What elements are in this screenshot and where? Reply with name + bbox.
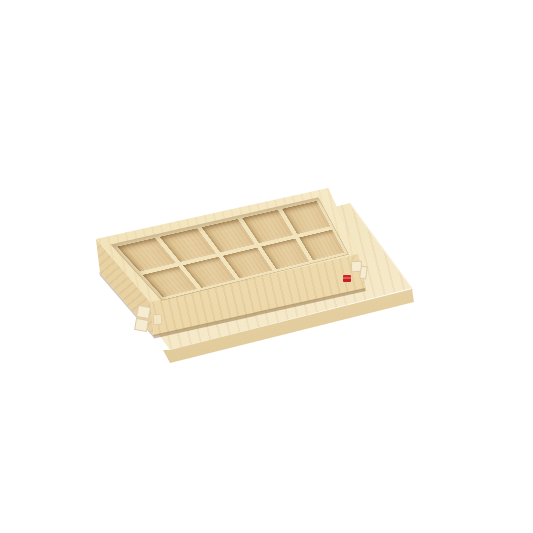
finger-joint (153, 314, 163, 325)
product-photo-scene (0, 0, 533, 533)
brand-badge (343, 275, 351, 282)
finger-joint (134, 318, 149, 332)
finger-joint (136, 305, 151, 319)
